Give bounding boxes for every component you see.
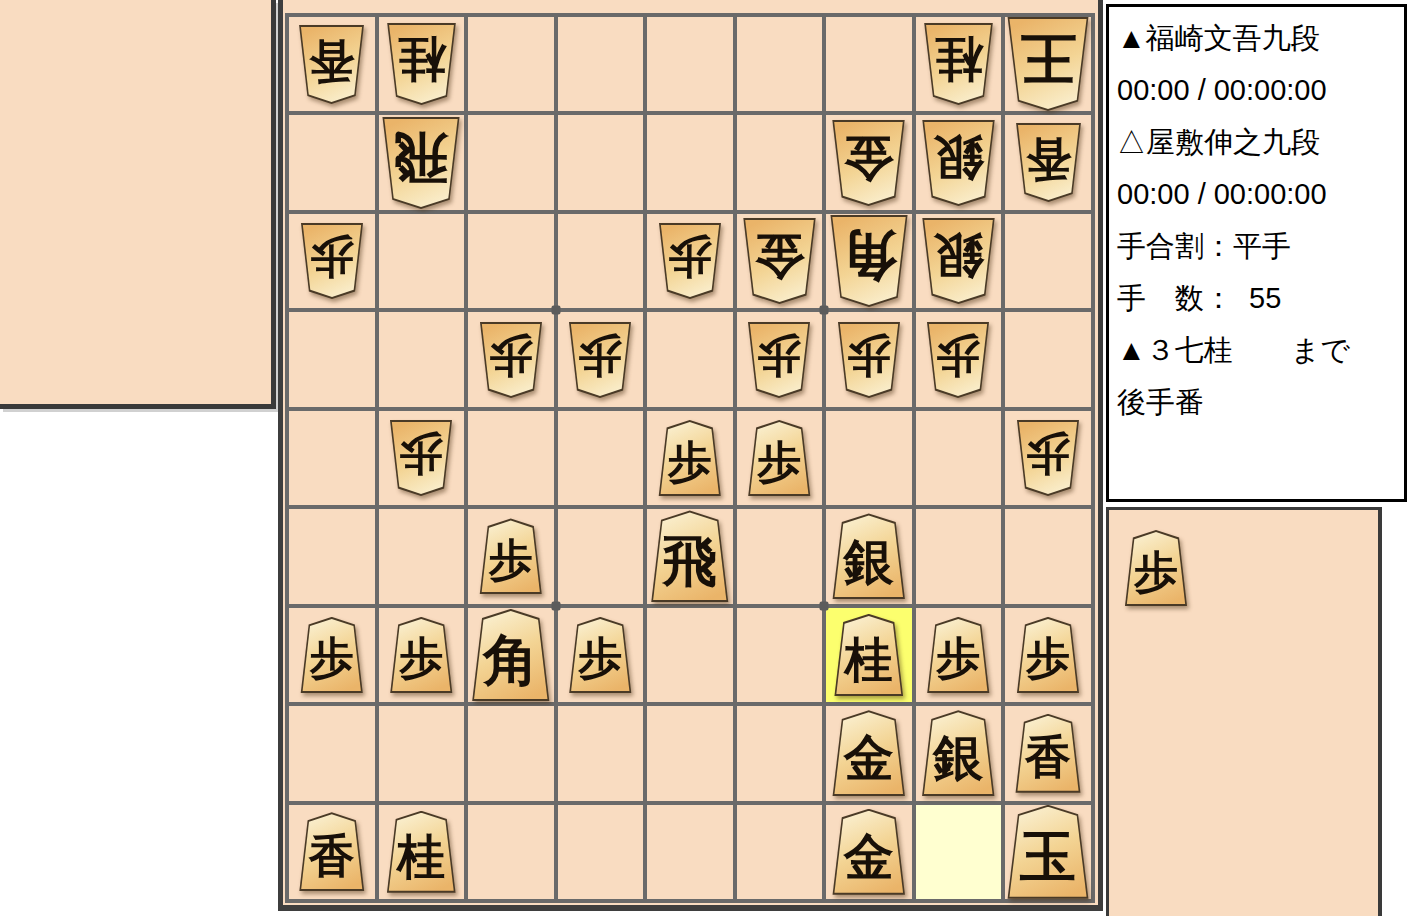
piece-kanji: 歩 [388, 626, 454, 693]
cell-7-6[interactable]: 歩 [468, 509, 554, 603]
piece-sente-fu[interactable]: 歩 [567, 617, 633, 693]
piece-gote-fu[interactable]: 歩 [478, 322, 544, 398]
piece-kanji: 角 [828, 215, 910, 296]
piece-gote-fu[interactable]: 歩 [1015, 420, 1081, 496]
cell-1-5[interactable]: 歩 [1005, 411, 1091, 505]
handicap-label: 手合割：平手 [1117, 220, 1396, 272]
piece-sente-gin[interactable]: 銀 [920, 710, 997, 796]
cell-1-9[interactable]: 玉 [1005, 805, 1091, 899]
cell-5-2[interactable] [647, 115, 733, 209]
piece-gote-fu[interactable]: 歩 [657, 223, 723, 299]
cell-6-5[interactable] [558, 411, 644, 505]
piece-gote-ou[interactable]: 王 [1005, 17, 1091, 111]
cell-2-6[interactable] [916, 509, 1002, 603]
piece-sente-fu[interactable]: 歩 [478, 518, 544, 594]
piece-sente-kyosha[interactable]: 香 [297, 812, 366, 891]
cell-6-4[interactable]: 歩 [558, 312, 644, 406]
piece-kanji: 歩 [746, 322, 812, 389]
cell-1-7[interactable]: 歩 [1005, 608, 1091, 702]
piece-gote-fu[interactable]: 歩 [925, 322, 991, 398]
turn-indicator: 後手番 [1117, 376, 1396, 428]
cell-9-2[interactable] [289, 115, 375, 209]
cell-9-3[interactable]: 歩 [289, 214, 375, 308]
gote-hand-stand [0, 0, 276, 409]
cell-1-2[interactable]: 香 [1005, 115, 1091, 209]
cell-9-4[interactable] [289, 312, 375, 406]
cell-4-5[interactable]: 歩 [737, 411, 823, 505]
piece-sente-kaku[interactable]: 角 [470, 609, 552, 701]
piece-kanji: 香 [1014, 723, 1083, 793]
cell-5-8[interactable] [647, 706, 733, 800]
piece-kanji: 歩 [299, 223, 365, 290]
cell-7-3[interactable] [468, 214, 554, 308]
piece-sente-kin[interactable]: 金 [830, 710, 907, 796]
cell-7-5[interactable] [468, 411, 554, 505]
sente-hand-pieces: 歩 [1123, 530, 1189, 606]
cell-5-6[interactable]: 飛 [647, 509, 733, 603]
piece-gote-fu[interactable]: 歩 [567, 322, 633, 398]
board-grid: 香桂桂王飛金銀香歩歩金角銀歩歩歩歩歩歩歩歩歩歩飛銀歩歩角歩桂歩歩金銀香香桂金玉 [285, 13, 1095, 903]
piece-kanji: 歩 [1015, 626, 1081, 693]
star-point [820, 306, 829, 315]
cell-3-8[interactable]: 金 [826, 706, 912, 800]
piece-kanji: 王 [1005, 17, 1091, 100]
cell-1-8[interactable]: 香 [1005, 706, 1091, 800]
piece-sente-gin[interactable]: 銀 [830, 513, 907, 599]
cell-9-1[interactable]: 香 [289, 17, 375, 111]
cell-3-5[interactable] [826, 411, 912, 505]
piece-kanji: 歩 [836, 322, 902, 389]
cell-2-8[interactable]: 銀 [916, 706, 1002, 800]
piece-kanji: 歩 [478, 322, 544, 389]
cell-5-9[interactable] [647, 805, 733, 899]
cell-1-4[interactable] [1005, 312, 1091, 406]
cell-6-2[interactable] [558, 115, 644, 209]
cell-7-2[interactable] [468, 115, 554, 209]
piece-kanji: 香 [297, 822, 366, 892]
last-move-label: ▲３七桂 まで [1117, 324, 1396, 376]
star-point [551, 306, 560, 315]
piece-kanji: 金 [741, 218, 818, 294]
piece-kanji: 歩 [478, 528, 544, 595]
piece-kanji: 桂 [922, 23, 995, 95]
cell-7-7[interactable]: 角 [468, 608, 554, 702]
cell-8-6[interactable] [379, 509, 465, 603]
piece-kanji: 歩 [925, 626, 991, 693]
cell-2-9[interactable] [916, 805, 1002, 899]
cell-5-5[interactable]: 歩 [647, 411, 733, 505]
piece-gote-gin[interactable]: 銀 [920, 218, 997, 304]
cell-4-9[interactable] [737, 805, 823, 899]
cell-8-3[interactable] [379, 214, 465, 308]
piece-sente-keima[interactable]: 桂 [385, 811, 458, 893]
piece-kanji: 桂 [385, 821, 458, 893]
cell-9-8[interactable] [289, 706, 375, 800]
cell-5-1[interactable] [647, 17, 733, 111]
piece-gote-fu[interactable]: 歩 [388, 420, 454, 496]
gote-clock: 00:00 / 00:00:00 [1117, 168, 1396, 220]
piece-kanji: 歩 [567, 322, 633, 389]
piece-kanji: 歩 [1015, 420, 1081, 487]
star-point [820, 601, 829, 610]
move-count-label: 手 数： 55 [1117, 272, 1396, 324]
piece-kanji: 香 [297, 25, 366, 95]
piece-sente-fu[interactable]: 歩 [299, 617, 365, 693]
cell-4-4[interactable]: 歩 [737, 312, 823, 406]
piece-sente-fu[interactable]: 歩 [657, 420, 723, 496]
piece-kanji: 歩 [657, 429, 723, 496]
cell-4-7[interactable] [737, 608, 823, 702]
piece-gote-kyosha[interactable]: 香 [297, 25, 366, 104]
cell-1-6[interactable] [1005, 509, 1091, 603]
cell-5-7[interactable] [647, 608, 733, 702]
piece-kanji: 銀 [830, 524, 907, 600]
gote-player-name: △屋敷伸之九段 [1117, 116, 1396, 168]
cell-6-9[interactable] [558, 805, 644, 899]
game-info-panel: ▲福崎文吾九段 00:00 / 00:00:00 △屋敷伸之九段 00:00 /… [1106, 4, 1407, 502]
piece-kanji: 金 [830, 721, 907, 797]
cell-3-6[interactable]: 銀 [826, 509, 912, 603]
cell-3-2[interactable]: 金 [826, 115, 912, 209]
piece-kanji: 金 [830, 819, 907, 895]
piece-kanji: 歩 [567, 626, 633, 693]
cell-7-8[interactable] [468, 706, 554, 800]
piece-kanji: 香 [1014, 123, 1083, 193]
piece-kanji: 銀 [920, 721, 997, 797]
cell-4-8[interactable] [737, 706, 823, 800]
cell-4-2[interactable] [737, 115, 823, 209]
piece-gote-fu[interactable]: 歩 [746, 322, 812, 398]
piece-kanji: 金 [830, 120, 907, 196]
piece-kanji: 角 [470, 620, 552, 701]
piece-kanji: 歩 [925, 322, 991, 389]
cell-6-7[interactable]: 歩 [558, 608, 644, 702]
piece-gote-hisha[interactable]: 飛 [380, 117, 462, 209]
piece-kanji: 銀 [920, 120, 997, 196]
piece-sente-fu[interactable]: 歩 [1123, 530, 1189, 606]
piece-kanji: 飛 [649, 521, 731, 602]
piece-sente-keima[interactable]: 桂 [832, 614, 905, 696]
cell-4-1[interactable] [737, 17, 823, 111]
piece-kanji: 歩 [388, 420, 454, 487]
cell-4-3[interactable]: 金 [737, 214, 823, 308]
piece-kanji: 歩 [657, 223, 723, 290]
shogi-board: 香桂桂王飛金銀香歩歩金角銀歩歩歩歩歩歩歩歩歩歩飛銀歩歩角歩桂歩歩金銀香香桂金玉 [278, 0, 1103, 911]
cell-3-3[interactable]: 角 [826, 214, 912, 308]
cell-5-4[interactable] [647, 312, 733, 406]
cell-8-4[interactable] [379, 312, 465, 406]
cell-8-2[interactable]: 飛 [379, 115, 465, 209]
piece-gote-keima[interactable]: 桂 [385, 23, 458, 105]
cell-1-3[interactable] [1005, 214, 1091, 308]
cell-9-7[interactable]: 歩 [289, 608, 375, 702]
cell-9-6[interactable] [289, 509, 375, 603]
cell-1-1[interactable]: 王 [1005, 17, 1091, 111]
cell-6-1[interactable] [558, 17, 644, 111]
cell-2-2[interactable]: 銀 [916, 115, 1002, 209]
cell-6-6[interactable] [558, 509, 644, 603]
piece-sente-hisha[interactable]: 飛 [649, 510, 731, 602]
cell-6-3[interactable] [558, 214, 644, 308]
piece-sente-fu[interactable]: 歩 [1015, 617, 1081, 693]
cell-2-1[interactable]: 桂 [916, 17, 1002, 111]
piece-gote-keima[interactable]: 桂 [922, 23, 995, 105]
piece-gote-kin[interactable]: 金 [741, 218, 818, 304]
piece-gote-kin[interactable]: 金 [830, 120, 907, 206]
piece-kanji: 歩 [299, 626, 365, 693]
cell-8-8[interactable] [379, 706, 465, 800]
cell-2-4[interactable]: 歩 [916, 312, 1002, 406]
piece-sente-gyoku[interactable]: 玉 [1005, 805, 1091, 899]
cell-9-9[interactable]: 香 [289, 805, 375, 899]
piece-kanji: 桂 [832, 624, 905, 696]
piece-kanji: 歩 [746, 429, 812, 496]
cell-7-9[interactable] [468, 805, 554, 899]
sente-hand-stand: 歩 [1106, 507, 1382, 916]
piece-kanji: 桂 [385, 23, 458, 95]
piece-kanji: 飛 [380, 117, 462, 198]
cell-3-9[interactable]: 金 [826, 805, 912, 899]
cell-4-6[interactable] [737, 509, 823, 603]
sente-player-name: ▲福崎文吾九段 [1117, 12, 1396, 64]
piece-sente-kin[interactable]: 金 [830, 809, 907, 895]
piece-sente-kyosha[interactable]: 香 [1014, 714, 1083, 793]
cell-6-8[interactable] [558, 706, 644, 800]
piece-gote-fu[interactable]: 歩 [299, 223, 365, 299]
cell-2-3[interactable]: 銀 [916, 214, 1002, 308]
cell-8-9[interactable]: 桂 [379, 805, 465, 899]
piece-gote-fu[interactable]: 歩 [836, 322, 902, 398]
cell-8-7[interactable]: 歩 [379, 608, 465, 702]
cell-7-1[interactable] [468, 17, 554, 111]
piece-gote-kyosha[interactable]: 香 [1014, 123, 1083, 202]
cell-8-1[interactable]: 桂 [379, 17, 465, 111]
piece-kanji: 銀 [920, 218, 997, 294]
piece-kanji: 歩 [1123, 539, 1189, 606]
cell-5-3[interactable]: 歩 [647, 214, 733, 308]
cell-3-4[interactable]: 歩 [826, 312, 912, 406]
cell-8-5[interactable]: 歩 [379, 411, 465, 505]
sente-clock: 00:00 / 00:00:00 [1117, 64, 1396, 116]
cell-3-1[interactable] [826, 17, 912, 111]
piece-kanji: 玉 [1005, 816, 1091, 899]
piece-sente-fu[interactable]: 歩 [925, 617, 991, 693]
piece-sente-fu[interactable]: 歩 [388, 617, 454, 693]
cell-2-5[interactable] [916, 411, 1002, 505]
star-point [551, 601, 560, 610]
piece-gote-gin[interactable]: 銀 [920, 120, 997, 206]
piece-sente-fu[interactable]: 歩 [746, 420, 812, 496]
cell-7-4[interactable]: 歩 [468, 312, 554, 406]
cell-2-7[interactable]: 歩 [916, 608, 1002, 702]
piece-gote-kaku[interactable]: 角 [828, 215, 910, 307]
cell-9-5[interactable] [289, 411, 375, 505]
cell-3-7[interactable]: 桂 [826, 608, 912, 702]
